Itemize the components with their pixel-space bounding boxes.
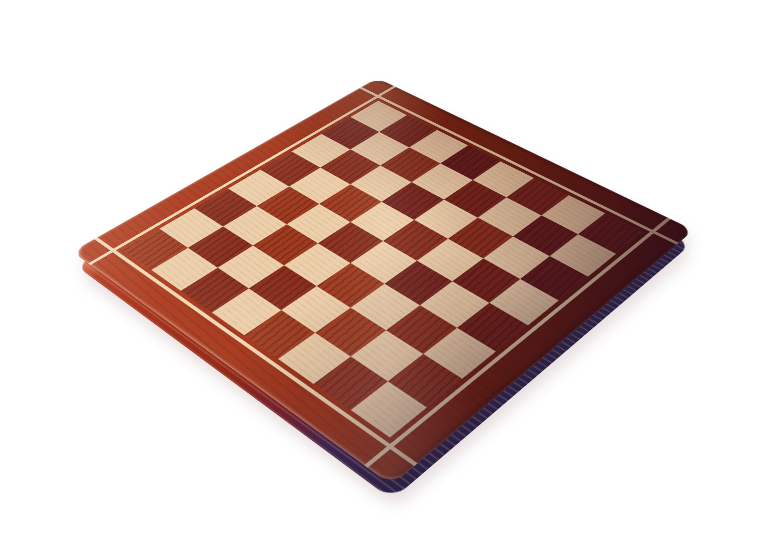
product-photo [0, 0, 768, 546]
board-square [351, 284, 420, 331]
board-shadow-wrap [0, 0, 768, 546]
board-square [281, 286, 350, 333]
board-square [520, 256, 588, 300]
board-square [550, 234, 616, 276]
board-square [351, 241, 417, 284]
board-square [452, 258, 520, 302]
board-square [314, 356, 388, 410]
board-square [351, 381, 427, 437]
board-square [212, 288, 281, 335]
board-square [351, 330, 424, 381]
chess-board [72, 78, 694, 486]
board-square [457, 303, 528, 352]
board-square [386, 305, 457, 354]
board-square [489, 279, 558, 325]
board-grid [123, 101, 643, 438]
board-square [388, 354, 462, 407]
inlay-line-right [364, 217, 671, 467]
inlay-line-bottom [94, 237, 417, 466]
board-square [384, 261, 452, 306]
board-square [278, 333, 351, 384]
board-square [483, 236, 549, 279]
board-square [284, 243, 350, 286]
board-square [218, 246, 284, 289]
board-square [317, 263, 385, 308]
board-square [423, 328, 496, 379]
board-square [151, 248, 217, 291]
board-square [249, 265, 317, 310]
board-square [420, 281, 489, 327]
board-square [181, 268, 249, 313]
board-surface [72, 78, 694, 486]
board-square [315, 308, 386, 357]
board-square [244, 310, 315, 359]
board-square [417, 239, 483, 282]
